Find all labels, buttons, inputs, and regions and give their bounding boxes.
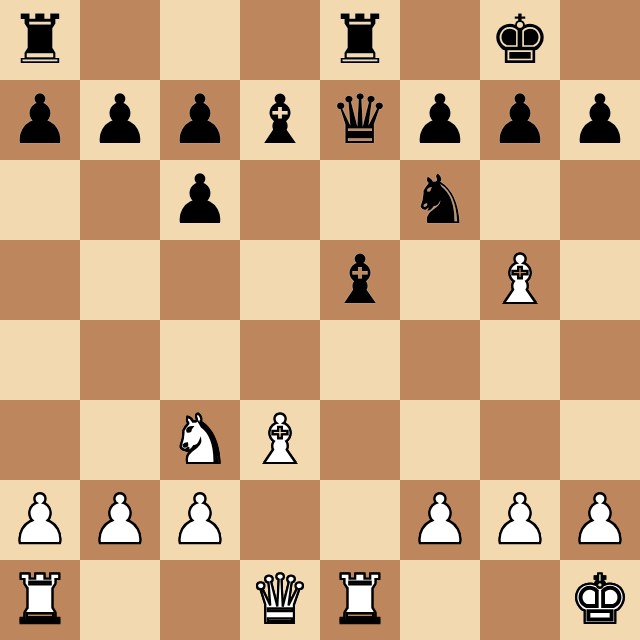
square-c3[interactable]: ♞ xyxy=(160,400,240,480)
square-e6[interactable] xyxy=(320,160,400,240)
black-bishop[interactable]: ♝ xyxy=(330,240,391,320)
square-a6[interactable] xyxy=(0,160,80,240)
white-pawn[interactable]: ♟ xyxy=(170,480,231,560)
square-e7[interactable]: ♛ xyxy=(320,80,400,160)
square-c8[interactable] xyxy=(160,0,240,80)
square-d4[interactable] xyxy=(240,320,320,400)
square-d8[interactable] xyxy=(240,0,320,80)
white-knight[interactable]: ♞ xyxy=(170,400,231,480)
square-d2[interactable] xyxy=(240,480,320,560)
square-g8[interactable]: ♚ xyxy=(480,0,560,80)
chess-board: ♜♜♚♟♟♟♝♛♟♟♟♟♞♝♝♞♝♟♟♟♟♟♟♜♛♜♚ xyxy=(0,0,640,640)
square-g7[interactable]: ♟ xyxy=(480,80,560,160)
square-a7[interactable]: ♟ xyxy=(0,80,80,160)
white-pawn[interactable]: ♟ xyxy=(410,480,471,560)
black-queen[interactable]: ♛ xyxy=(330,80,391,160)
square-g4[interactable] xyxy=(480,320,560,400)
white-rook[interactable]: ♜ xyxy=(10,560,71,640)
square-h3[interactable] xyxy=(560,400,640,480)
white-pawn[interactable]: ♟ xyxy=(490,480,551,560)
black-pawn[interactable]: ♟ xyxy=(170,80,231,160)
square-h2[interactable]: ♟ xyxy=(560,480,640,560)
square-e4[interactable] xyxy=(320,320,400,400)
square-g6[interactable] xyxy=(480,160,560,240)
square-e2[interactable] xyxy=(320,480,400,560)
black-king[interactable]: ♚ xyxy=(490,0,551,80)
square-h8[interactable] xyxy=(560,0,640,80)
black-knight[interactable]: ♞ xyxy=(410,160,471,240)
square-g3[interactable] xyxy=(480,400,560,480)
white-queen[interactable]: ♛ xyxy=(250,560,311,640)
black-pawn[interactable]: ♟ xyxy=(10,80,71,160)
white-rook[interactable]: ♜ xyxy=(330,560,391,640)
square-d1[interactable]: ♛ xyxy=(240,560,320,640)
square-f1[interactable] xyxy=(400,560,480,640)
square-c1[interactable] xyxy=(160,560,240,640)
black-pawn[interactable]: ♟ xyxy=(410,80,471,160)
square-f8[interactable] xyxy=(400,0,480,80)
black-pawn[interactable]: ♟ xyxy=(570,80,631,160)
square-g5[interactable]: ♝ xyxy=(480,240,560,320)
black-pawn[interactable]: ♟ xyxy=(170,160,231,240)
square-b8[interactable] xyxy=(80,0,160,80)
black-bishop[interactable]: ♝ xyxy=(250,80,311,160)
square-h6[interactable] xyxy=(560,160,640,240)
square-e8[interactable]: ♜ xyxy=(320,0,400,80)
black-pawn[interactable]: ♟ xyxy=(490,80,551,160)
square-f6[interactable]: ♞ xyxy=(400,160,480,240)
square-d7[interactable]: ♝ xyxy=(240,80,320,160)
square-c4[interactable] xyxy=(160,320,240,400)
square-c7[interactable]: ♟ xyxy=(160,80,240,160)
square-b7[interactable]: ♟ xyxy=(80,80,160,160)
white-pawn[interactable]: ♟ xyxy=(570,480,631,560)
square-e5[interactable]: ♝ xyxy=(320,240,400,320)
square-a1[interactable]: ♜ xyxy=(0,560,80,640)
square-a8[interactable]: ♜ xyxy=(0,0,80,80)
square-e3[interactable] xyxy=(320,400,400,480)
square-b1[interactable] xyxy=(80,560,160,640)
square-b3[interactable] xyxy=(80,400,160,480)
black-pawn[interactable]: ♟ xyxy=(90,80,151,160)
black-rook[interactable]: ♜ xyxy=(330,0,391,80)
square-d5[interactable] xyxy=(240,240,320,320)
square-c2[interactable]: ♟ xyxy=(160,480,240,560)
white-king[interactable]: ♚ xyxy=(570,560,631,640)
square-e1[interactable]: ♜ xyxy=(320,560,400,640)
square-f7[interactable]: ♟ xyxy=(400,80,480,160)
square-f3[interactable] xyxy=(400,400,480,480)
square-f4[interactable] xyxy=(400,320,480,400)
square-b5[interactable] xyxy=(80,240,160,320)
square-g1[interactable] xyxy=(480,560,560,640)
square-h7[interactable]: ♟ xyxy=(560,80,640,160)
black-rook[interactable]: ♜ xyxy=(10,0,71,80)
square-b2[interactable]: ♟ xyxy=(80,480,160,560)
square-c5[interactable] xyxy=(160,240,240,320)
square-a5[interactable] xyxy=(0,240,80,320)
square-d3[interactable]: ♝ xyxy=(240,400,320,480)
square-g2[interactable]: ♟ xyxy=(480,480,560,560)
white-pawn[interactable]: ♟ xyxy=(90,480,151,560)
white-pawn[interactable]: ♟ xyxy=(10,480,71,560)
square-f2[interactable]: ♟ xyxy=(400,480,480,560)
square-h1[interactable]: ♚ xyxy=(560,560,640,640)
square-h5[interactable] xyxy=(560,240,640,320)
square-a3[interactable] xyxy=(0,400,80,480)
square-a2[interactable]: ♟ xyxy=(0,480,80,560)
square-c6[interactable]: ♟ xyxy=(160,160,240,240)
white-bishop[interactable]: ♝ xyxy=(490,240,551,320)
square-b4[interactable] xyxy=(80,320,160,400)
square-h4[interactable] xyxy=(560,320,640,400)
square-f5[interactable] xyxy=(400,240,480,320)
white-bishop[interactable]: ♝ xyxy=(250,400,311,480)
square-a4[interactable] xyxy=(0,320,80,400)
square-d6[interactable] xyxy=(240,160,320,240)
square-b6[interactable] xyxy=(80,160,160,240)
